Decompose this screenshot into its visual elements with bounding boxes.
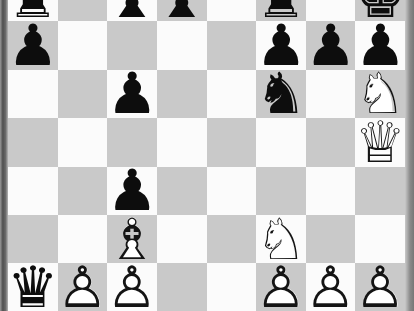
square-f4[interactable] (256, 167, 306, 215)
square-e5[interactable] (207, 118, 257, 166)
piece-fill-layer: ♞ (355, 70, 405, 118)
piece-fill-layer: ♟ (256, 263, 306, 311)
piece-outline-layer: ♙ (107, 263, 157, 311)
square-d8[interactable]: ♝ (157, 0, 207, 21)
square-d2[interactable] (157, 263, 207, 311)
square-c3[interactable]: ♝♗ (107, 215, 157, 263)
square-c5[interactable] (107, 118, 157, 166)
square-h5[interactable]: ♛♕ (355, 118, 405, 166)
chess-board: ♜♝♝♜♚♟♟♟♟♟♞♞♘♛♕♟♝♗♞♘♛♟♙♟♙♟♙♟♙♟♙ (8, 0, 405, 311)
square-e2[interactable] (207, 263, 257, 311)
square-a4[interactable] (8, 167, 58, 215)
square-g8[interactable] (306, 0, 356, 21)
square-a6[interactable] (8, 70, 58, 118)
square-f2[interactable]: ♟♙ (256, 263, 306, 311)
square-c8[interactable]: ♝ (107, 0, 157, 21)
square-e3[interactable] (207, 215, 257, 263)
piece-fill-layer: ♝ (107, 215, 157, 263)
piece-outline-layer: ♙ (306, 263, 356, 311)
square-c2[interactable]: ♟♙ (107, 263, 157, 311)
square-b6[interactable] (58, 70, 108, 118)
piece-white-bishop-c3: ♝♗ (107, 215, 157, 263)
square-h2[interactable]: ♟♙ (355, 263, 405, 311)
square-h4[interactable] (355, 167, 405, 215)
square-f5[interactable] (256, 118, 306, 166)
piece-white-pawn-b2: ♟♙ (58, 263, 108, 311)
piece-black-queen-a2: ♛ (8, 263, 58, 311)
square-b4[interactable] (58, 167, 108, 215)
chess-diagram: ♜♝♝♜♚♟♟♟♟♟♞♞♘♛♕♟♝♗♞♘♛♟♙♟♙♟♙♟♙♟♙ (0, 0, 414, 311)
square-a5[interactable] (8, 118, 58, 166)
piece-black-pawn-g7: ♟ (306, 21, 356, 69)
piece-white-pawn-g2: ♟♙ (306, 263, 356, 311)
square-c4[interactable]: ♟ (107, 167, 157, 215)
square-g2[interactable]: ♟♙ (306, 263, 356, 311)
piece-black-pawn-a7: ♟ (8, 21, 58, 69)
square-h6[interactable]: ♞♘ (355, 70, 405, 118)
piece-fill-layer: ♛ (355, 118, 405, 166)
square-d4[interactable] (157, 167, 207, 215)
square-f7[interactable]: ♟ (256, 21, 306, 69)
square-d7[interactable] (157, 21, 207, 69)
piece-black-knight-f6: ♞ (256, 70, 306, 118)
square-c6[interactable]: ♟ (107, 70, 157, 118)
piece-outline-layer: ♘ (256, 215, 306, 263)
board-right-border (405, 0, 414, 311)
square-f3[interactable]: ♞♘ (256, 215, 306, 263)
piece-black-bishop-c8: ♝ (107, 0, 157, 21)
piece-black-bishop-d8: ♝ (157, 0, 207, 21)
square-f6[interactable]: ♞ (256, 70, 306, 118)
square-a2[interactable]: ♛ (8, 263, 58, 311)
square-h8[interactable]: ♚ (355, 0, 405, 21)
square-e7[interactable] (207, 21, 257, 69)
piece-fill-layer: ♟ (306, 263, 356, 311)
square-g4[interactable] (306, 167, 356, 215)
square-h7[interactable]: ♟ (355, 21, 405, 69)
square-g7[interactable]: ♟ (306, 21, 356, 69)
piece-fill-layer: ♟ (107, 263, 157, 311)
square-e4[interactable] (207, 167, 257, 215)
piece-outline-layer: ♙ (355, 263, 405, 311)
piece-white-pawn-h2: ♟♙ (355, 263, 405, 311)
square-b2[interactable]: ♟♙ (58, 263, 108, 311)
square-a7[interactable]: ♟ (8, 21, 58, 69)
piece-black-king-h8: ♚ (355, 0, 405, 21)
square-f8[interactable]: ♜ (256, 0, 306, 21)
piece-outline-layer: ♘ (355, 70, 405, 118)
piece-white-pawn-f2: ♟♙ (256, 263, 306, 311)
square-g5[interactable] (306, 118, 356, 166)
piece-black-rook-a8: ♜ (8, 0, 58, 21)
square-b5[interactable] (58, 118, 108, 166)
square-a3[interactable] (8, 215, 58, 263)
piece-black-pawn-c4: ♟ (107, 167, 157, 215)
piece-black-rook-f8: ♜ (256, 0, 306, 21)
piece-black-pawn-c6: ♟ (107, 70, 157, 118)
square-g6[interactable] (306, 70, 356, 118)
square-b3[interactable] (58, 215, 108, 263)
piece-black-pawn-h7: ♟ (355, 21, 405, 69)
piece-fill-layer: ♞ (256, 215, 306, 263)
square-a8[interactable]: ♜ (8, 0, 58, 21)
piece-outline-layer: ♙ (256, 263, 306, 311)
square-d5[interactable] (157, 118, 207, 166)
square-d3[interactable] (157, 215, 207, 263)
square-b8[interactable] (58, 0, 108, 21)
piece-outline-layer: ♙ (58, 263, 108, 311)
piece-white-knight-h6: ♞♘ (355, 70, 405, 118)
square-g3[interactable] (306, 215, 356, 263)
piece-white-queen-h5: ♛♕ (355, 118, 405, 166)
piece-fill-layer: ♟ (355, 263, 405, 311)
piece-white-pawn-c2: ♟♙ (107, 263, 157, 311)
square-e6[interactable] (207, 70, 257, 118)
square-e8[interactable] (207, 0, 257, 21)
piece-outline-layer: ♕ (355, 118, 405, 166)
square-h3[interactable] (355, 215, 405, 263)
piece-black-pawn-f7: ♟ (256, 21, 306, 69)
piece-fill-layer: ♟ (58, 263, 108, 311)
square-b7[interactable] (58, 21, 108, 69)
board-left-border (0, 0, 8, 311)
piece-white-knight-f3: ♞♘ (256, 215, 306, 263)
square-d6[interactable] (157, 70, 207, 118)
piece-outline-layer: ♗ (107, 215, 157, 263)
square-c7[interactable] (107, 21, 157, 69)
